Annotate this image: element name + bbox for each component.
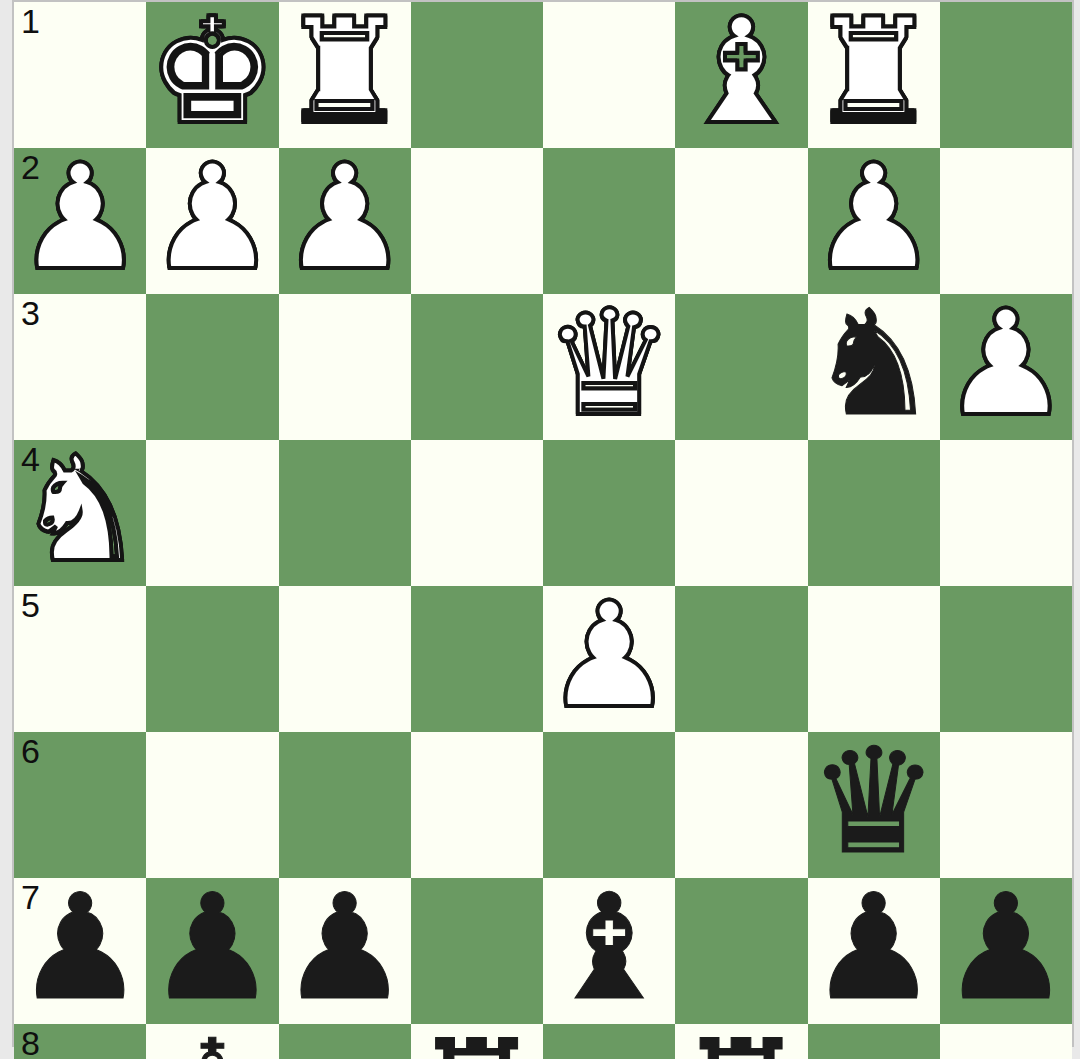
square-d2[interactable] — [543, 148, 675, 294]
square-a3[interactable]: ♟ — [940, 294, 1072, 440]
rank-label-1: 1 — [21, 3, 40, 40]
square-c4[interactable] — [675, 440, 807, 586]
piece-black-rook-c8[interactable]: ♜ — [676, 1020, 807, 1059]
square-g3[interactable] — [146, 294, 278, 440]
piece-white-queen-d3[interactable]: ♛ — [544, 290, 675, 436]
square-e8[interactable]: e♜ — [411, 1024, 543, 1059]
piece-white-pawn-b2[interactable]: ♟ — [808, 144, 939, 290]
square-h2[interactable]: 2♟ — [14, 148, 146, 294]
square-a4[interactable] — [940, 440, 1072, 586]
square-d5[interactable]: ♟ — [543, 586, 675, 732]
square-f1[interactable]: ♜ — [279, 2, 411, 148]
piece-black-knight-b3[interactable]: ♞ — [808, 290, 939, 436]
piece-white-king-g1[interactable]: ♚ — [147, 0, 278, 144]
square-b7[interactable]: ♟ — [808, 878, 940, 1024]
square-c7[interactable] — [675, 878, 807, 1024]
square-f4[interactable] — [279, 440, 411, 586]
piece-white-bishop-c1[interactable]: ♝ — [676, 0, 807, 144]
square-d6[interactable] — [543, 732, 675, 878]
piece-black-rook-e8[interactable]: ♜ — [411, 1020, 542, 1059]
square-f7[interactable]: ♟ — [279, 878, 411, 1024]
square-d1[interactable] — [543, 2, 675, 148]
square-e6[interactable] — [411, 732, 543, 878]
square-b3[interactable]: ♞ — [808, 294, 940, 440]
square-h6[interactable]: 6 — [14, 732, 146, 878]
piece-white-pawn-g2[interactable]: ♟ — [147, 144, 278, 290]
square-f2[interactable]: ♟ — [279, 148, 411, 294]
square-g7[interactable]: ♟ — [146, 878, 278, 1024]
square-h4[interactable]: 4♞ — [14, 440, 146, 586]
square-d4[interactable] — [543, 440, 675, 586]
piece-black-pawn-g7[interactable]: ♟ — [147, 874, 278, 1020]
piece-white-rook-b1[interactable]: ♜ — [808, 0, 939, 144]
square-c6[interactable] — [675, 732, 807, 878]
square-a5[interactable] — [940, 586, 1072, 732]
square-f5[interactable] — [279, 586, 411, 732]
square-e4[interactable] — [411, 440, 543, 586]
square-b2[interactable]: ♟ — [808, 148, 940, 294]
square-e7[interactable] — [411, 878, 543, 1024]
square-h5[interactable]: 5 — [14, 586, 146, 732]
square-b1[interactable]: ♜ — [808, 2, 940, 148]
piece-white-pawn-a3[interactable]: ♟ — [940, 290, 1071, 436]
square-g8[interactable]: g♚ — [146, 1024, 278, 1059]
square-a6[interactable] — [940, 732, 1072, 878]
square-a2[interactable] — [940, 148, 1072, 294]
square-e5[interactable] — [411, 586, 543, 732]
square-c2[interactable] — [675, 148, 807, 294]
square-g1[interactable]: ♚ — [146, 2, 278, 148]
screenshot-root: { "game": "chess", "view": { "orientatio… — [0, 0, 1080, 1059]
square-c1[interactable]: ♝ — [675, 2, 807, 148]
piece-black-bishop-d7[interactable]: ♝ — [544, 874, 675, 1020]
square-h3[interactable]: 3 — [14, 294, 146, 440]
piece-black-queen-b6[interactable]: ♛ — [808, 728, 939, 874]
piece-white-pawn-f2[interactable]: ♟ — [279, 144, 410, 290]
piece-black-pawn-f7[interactable]: ♟ — [279, 874, 410, 1020]
square-g6[interactable] — [146, 732, 278, 878]
piece-white-rook-f1[interactable]: ♜ — [279, 0, 410, 144]
square-c8[interactable]: c♜ — [675, 1024, 807, 1059]
square-b6[interactable]: ♛ — [808, 732, 940, 878]
rank-label-6: 6 — [21, 733, 40, 770]
square-h7[interactable]: 7♟ — [14, 878, 146, 1024]
square-e1[interactable] — [411, 2, 543, 148]
square-g4[interactable] — [146, 440, 278, 586]
square-b4[interactable] — [808, 440, 940, 586]
square-e3[interactable] — [411, 294, 543, 440]
rank-label-4: 4 — [21, 441, 40, 478]
piece-black-king-g8[interactable]: ♚ — [147, 1020, 278, 1059]
square-d7[interactable]: ♝ — [543, 878, 675, 1024]
square-a1[interactable] — [940, 2, 1072, 148]
square-g2[interactable]: ♟ — [146, 148, 278, 294]
square-a7[interactable]: ♟ — [940, 878, 1072, 1024]
piece-black-pawn-a7[interactable]: ♟ — [940, 874, 1071, 1020]
rank-label-2: 2 — [21, 149, 40, 186]
square-d3[interactable]: ♛ — [543, 294, 675, 440]
square-e2[interactable] — [411, 148, 543, 294]
piece-black-pawn-b7[interactable]: ♟ — [808, 874, 939, 1020]
rank-label-3: 3 — [21, 295, 40, 332]
rank-label-5: 5 — [21, 587, 40, 624]
square-g5[interactable] — [146, 586, 278, 732]
rank-label-8: 8 — [21, 1025, 40, 1059]
chess-board[interactable]: 1♚♜♝♜2♟♟♟♟3♛♞♟4♞5♟6♛7♟♟♟♝♟♟8hg♚fe♜dc♜ba — [12, 0, 1074, 1047]
rank-label-7: 7 — [21, 879, 40, 916]
square-f3[interactable] — [279, 294, 411, 440]
square-f6[interactable] — [279, 732, 411, 878]
square-h1[interactable]: 1 — [14, 2, 146, 148]
square-c3[interactable] — [675, 294, 807, 440]
square-c5[interactable] — [675, 586, 807, 732]
piece-white-pawn-d5[interactable]: ♟ — [544, 582, 675, 728]
square-b5[interactable] — [808, 586, 940, 732]
